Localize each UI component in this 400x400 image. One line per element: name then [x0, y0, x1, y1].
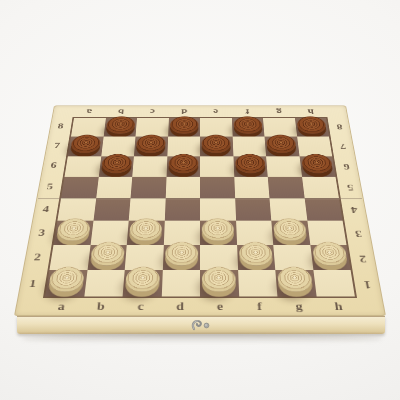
- dark-man-g7[interactable]: [266, 135, 296, 153]
- box-shadow: [22, 334, 382, 343]
- square-f6[interactable]: [233, 156, 268, 176]
- square-b5[interactable]: [96, 177, 132, 199]
- light-man-a1[interactable]: [48, 267, 85, 292]
- square-e1[interactable]: [200, 270, 239, 297]
- coord-label-c: c: [120, 298, 161, 316]
- dark-man-b6[interactable]: [101, 154, 132, 173]
- checkers-board: abcdefgh abcdefgh 87654321 87654321: [14, 106, 386, 316]
- square-b2[interactable]: [87, 245, 127, 270]
- square-a1[interactable]: [45, 270, 87, 297]
- latch-hook-icon: [189, 318, 217, 333]
- square-b1[interactable]: [84, 270, 125, 297]
- square-h4[interactable]: [304, 198, 342, 221]
- square-d8[interactable]: [168, 118, 200, 137]
- light-man-g1[interactable]: [277, 267, 313, 292]
- playing-area: [43, 117, 357, 298]
- square-e6[interactable]: [200, 156, 234, 176]
- square-g6[interactable]: [266, 156, 302, 176]
- coord-label-5: 5: [337, 176, 363, 198]
- dark-man-h6[interactable]: [301, 154, 333, 173]
- light-man-e1[interactable]: [202, 267, 236, 292]
- dark-man-e7[interactable]: [202, 135, 231, 153]
- square-f4[interactable]: [235, 198, 272, 221]
- square-g5[interactable]: [268, 177, 304, 199]
- coord-label-6: 6: [334, 156, 360, 177]
- square-e4[interactable]: [200, 198, 236, 221]
- square-a2[interactable]: [49, 245, 90, 270]
- coord-label-e: e: [200, 298, 240, 316]
- square-d3[interactable]: [163, 221, 200, 245]
- square-h2[interactable]: [310, 245, 351, 270]
- square-g7[interactable]: [265, 137, 300, 156]
- square-d1[interactable]: [161, 270, 200, 297]
- square-c7[interactable]: [134, 137, 168, 156]
- board-perspective-wrapper: abcdefgh abcdefgh 87654321 87654321: [14, 0, 386, 316]
- coord-label-c: c: [136, 106, 168, 117]
- square-g3[interactable]: [271, 221, 310, 245]
- coord-label-2: 2: [348, 245, 377, 271]
- light-man-c3[interactable]: [129, 218, 162, 240]
- square-e2[interactable]: [200, 245, 238, 270]
- coord-label-a: a: [40, 298, 82, 316]
- photo-scene: abcdefgh abcdefgh 87654321 87654321: [0, 0, 400, 400]
- coord-label-h: h: [318, 298, 360, 316]
- coord-label-e: e: [200, 106, 232, 117]
- light-man-d2[interactable]: [165, 242, 198, 266]
- coord-label-8: 8: [327, 117, 351, 136]
- square-c1[interactable]: [123, 270, 163, 297]
- square-f8[interactable]: [231, 118, 264, 137]
- square-c5[interactable]: [131, 177, 167, 199]
- dark-man-d8[interactable]: [170, 116, 198, 133]
- light-man-g3[interactable]: [273, 218, 307, 240]
- coord-label-7: 7: [331, 136, 356, 156]
- coord-label-g: g: [263, 106, 296, 117]
- light-man-c1[interactable]: [125, 267, 160, 292]
- square-d6[interactable]: [166, 156, 200, 176]
- dark-man-f8[interactable]: [233, 116, 262, 133]
- square-d5[interactable]: [165, 177, 200, 199]
- square-h3[interactable]: [307, 221, 347, 245]
- light-man-f2[interactable]: [239, 242, 273, 266]
- square-a3[interactable]: [54, 221, 94, 245]
- coord-label-a: a: [73, 106, 106, 117]
- light-man-e3[interactable]: [202, 218, 234, 240]
- coord-label-3: 3: [344, 221, 372, 245]
- square-b4[interactable]: [93, 198, 130, 221]
- box-front-face: [17, 316, 385, 334]
- square-f5[interactable]: [234, 177, 270, 199]
- square-b6[interactable]: [98, 156, 134, 176]
- square-a6[interactable]: [65, 156, 101, 176]
- file-labels-top: abcdefgh: [73, 106, 328, 117]
- file-labels-bottom: abcdefgh: [40, 298, 360, 316]
- square-f3[interactable]: [236, 221, 274, 245]
- squares-grid: [45, 118, 355, 296]
- light-man-h2[interactable]: [312, 242, 348, 266]
- square-g4[interactable]: [269, 198, 306, 221]
- square-c3[interactable]: [127, 221, 165, 245]
- coord-label-1: 1: [353, 271, 383, 298]
- square-g2[interactable]: [273, 245, 313, 270]
- square-h6[interactable]: [299, 156, 335, 176]
- square-b8[interactable]: [103, 118, 137, 137]
- coord-label-f: f: [239, 298, 280, 316]
- square-d2[interactable]: [162, 245, 200, 270]
- coord-label-b: b: [80, 298, 121, 316]
- coord-label-g: g: [279, 298, 320, 316]
- dark-man-b8[interactable]: [106, 116, 136, 133]
- square-b3[interactable]: [90, 221, 129, 245]
- square-c6[interactable]: [132, 156, 167, 176]
- square-f2[interactable]: [237, 245, 276, 270]
- square-e5[interactable]: [200, 177, 235, 199]
- square-f1[interactable]: [238, 270, 278, 297]
- dark-man-c7[interactable]: [136, 135, 166, 153]
- square-e7[interactable]: [200, 137, 233, 156]
- coord-label-d: d: [160, 298, 200, 316]
- square-c4[interactable]: [129, 198, 166, 221]
- square-g1[interactable]: [275, 270, 316, 297]
- square-h1[interactable]: [313, 270, 355, 297]
- square-e3[interactable]: [200, 221, 237, 245]
- square-a4[interactable]: [57, 198, 95, 221]
- square-h8[interactable]: [294, 118, 329, 137]
- square-a5[interactable]: [61, 177, 98, 199]
- square-h5[interactable]: [302, 177, 339, 199]
- dark-man-a7[interactable]: [70, 135, 101, 153]
- square-a7[interactable]: [68, 137, 103, 156]
- dark-man-f6[interactable]: [235, 154, 265, 173]
- dark-man-h8[interactable]: [296, 116, 326, 133]
- light-man-a3[interactable]: [56, 218, 91, 240]
- square-c2[interactable]: [125, 245, 164, 270]
- square-d4[interactable]: [164, 198, 200, 221]
- light-man-b2[interactable]: [90, 242, 125, 266]
- coord-label-4: 4: [341, 198, 368, 221]
- dark-man-d6[interactable]: [168, 154, 198, 173]
